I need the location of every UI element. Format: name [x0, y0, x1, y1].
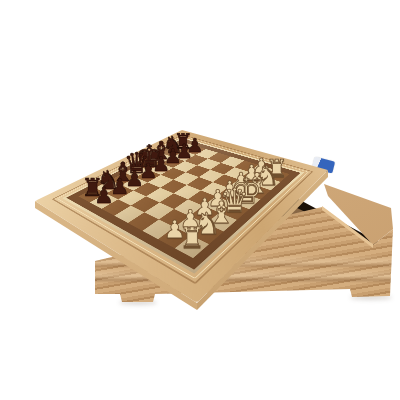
chess-set-photo: ♜♞♝♛♚♝♞♜♟♟♟♟♟♟♟♟♟♟♟♟♟♟♟♟♜♞♝♛♚♝♞♜	[0, 0, 400, 400]
piece-black-pawn[interactable]: ♟	[94, 184, 114, 206]
piece-white-rook[interactable]: ♜	[179, 224, 205, 253]
